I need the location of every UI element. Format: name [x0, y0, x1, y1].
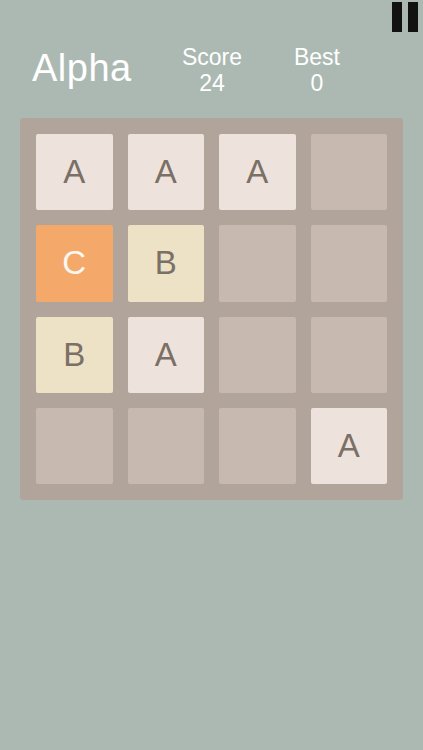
empty-cell	[311, 317, 388, 393]
empty-cell	[311, 134, 388, 210]
empty-cell	[219, 317, 296, 393]
tile-a: A	[311, 408, 388, 484]
score-box: Score 24	[182, 44, 242, 96]
board[interactable]: AAACBBAA	[20, 118, 403, 500]
pause-icon	[408, 2, 418, 32]
tile-a: A	[128, 134, 205, 210]
pause-icon	[392, 2, 402, 32]
score-label: Score	[182, 44, 242, 70]
pause-button[interactable]	[392, 2, 418, 34]
tile-b: B	[36, 317, 113, 393]
empty-cell	[128, 408, 205, 484]
tile-a: A	[219, 134, 296, 210]
best-label: Best	[294, 44, 340, 70]
empty-cell	[219, 225, 296, 301]
page-title: Alpha	[32, 47, 132, 90]
tile-a: A	[36, 134, 113, 210]
tile-b: B	[128, 225, 205, 301]
best-value: 0	[294, 70, 340, 96]
score-value: 24	[182, 70, 242, 96]
best-box: Best 0	[294, 44, 340, 96]
tile-c: C	[36, 225, 113, 301]
empty-cell	[36, 408, 113, 484]
empty-cell	[311, 225, 388, 301]
empty-cell	[219, 408, 296, 484]
tile-a: A	[128, 317, 205, 393]
